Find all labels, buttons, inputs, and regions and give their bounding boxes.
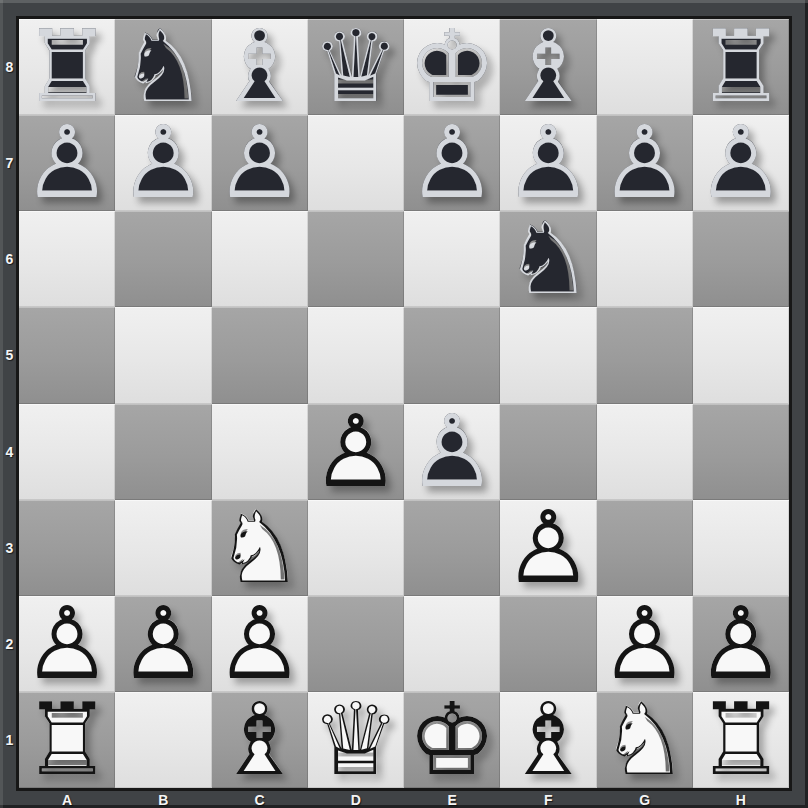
white-pawn-detail-icon: ♙ bbox=[308, 404, 404, 500]
white-pawn-detail-icon: ♙ bbox=[693, 596, 789, 692]
square-g2[interactable]: ♟♙ bbox=[597, 596, 693, 692]
white-rook-icon: ♜ bbox=[19, 692, 115, 788]
piece-white-pawn: ♟♙ bbox=[115, 596, 211, 692]
black-pawn-detail-icon: ♙ bbox=[597, 115, 693, 211]
square-a1[interactable]: ♜♖ bbox=[19, 692, 115, 788]
black-pawn-detail-icon: ♙ bbox=[115, 115, 211, 211]
white-bishop-detail-icon: ♗ bbox=[500, 692, 596, 788]
square-e5[interactable] bbox=[404, 307, 500, 403]
piece-black-pawn: ♟♙ bbox=[19, 115, 115, 211]
square-c2[interactable]: ♟♙ bbox=[212, 596, 308, 692]
piece-black-bishop: ♝♗ bbox=[212, 19, 308, 115]
piece-black-pawn: ♟♙ bbox=[212, 115, 308, 211]
black-queen-icon: ♛ bbox=[308, 19, 404, 115]
square-a6[interactable] bbox=[19, 211, 115, 307]
black-pawn-icon: ♟ bbox=[19, 115, 115, 211]
piece-black-pawn: ♟♙ bbox=[693, 115, 789, 211]
square-d6[interactable] bbox=[308, 211, 404, 307]
square-b2[interactable]: ♟♙ bbox=[115, 596, 211, 692]
white-pawn-icon: ♟ bbox=[308, 404, 404, 500]
white-pawn-detail-icon: ♙ bbox=[19, 596, 115, 692]
white-rook-icon: ♜ bbox=[693, 692, 789, 788]
file-label-f: F bbox=[500, 791, 596, 808]
piece-black-queen: ♛♕ bbox=[308, 19, 404, 115]
square-h1[interactable]: ♜♖ bbox=[693, 692, 789, 788]
rank-label-4: 4 bbox=[0, 404, 16, 500]
square-c6[interactable] bbox=[212, 211, 308, 307]
square-h3[interactable] bbox=[693, 500, 789, 596]
piece-black-rook: ♜♖ bbox=[693, 19, 789, 115]
square-f8[interactable]: ♝♗ bbox=[500, 19, 596, 115]
square-d5[interactable] bbox=[308, 307, 404, 403]
square-b6[interactable] bbox=[115, 211, 211, 307]
square-g5[interactable] bbox=[597, 307, 693, 403]
square-c5[interactable] bbox=[212, 307, 308, 403]
piece-white-bishop: ♝♗ bbox=[212, 692, 308, 788]
square-b3[interactable] bbox=[115, 500, 211, 596]
black-knight-icon: ♞ bbox=[115, 19, 211, 115]
black-pawn-icon: ♟ bbox=[404, 404, 500, 500]
rank-label-3: 3 bbox=[0, 500, 16, 596]
black-pawn-detail-icon: ♙ bbox=[500, 115, 596, 211]
black-pawn-icon: ♟ bbox=[404, 115, 500, 211]
piece-black-knight: ♞♘ bbox=[500, 211, 596, 307]
square-g8[interactable] bbox=[597, 19, 693, 115]
white-king-detail-icon: ♔ bbox=[404, 692, 500, 788]
black-rook-detail-icon: ♖ bbox=[693, 19, 789, 115]
square-d2[interactable] bbox=[308, 596, 404, 692]
black-queen-detail-icon: ♕ bbox=[308, 19, 404, 115]
white-pawn-icon: ♟ bbox=[212, 596, 308, 692]
black-knight-icon: ♞ bbox=[500, 211, 596, 307]
black-pawn-detail-icon: ♙ bbox=[212, 115, 308, 211]
piece-black-knight: ♞♘ bbox=[115, 19, 211, 115]
square-f6[interactable]: ♞♘ bbox=[500, 211, 596, 307]
black-pawn-icon: ♟ bbox=[693, 115, 789, 211]
square-a8[interactable]: ♜♖ bbox=[19, 19, 115, 115]
square-c7[interactable]: ♟♙ bbox=[212, 115, 308, 211]
piece-white-knight: ♞♘ bbox=[212, 500, 308, 596]
piece-white-king: ♚♔ bbox=[404, 692, 500, 788]
square-e6[interactable] bbox=[404, 211, 500, 307]
piece-white-pawn: ♟♙ bbox=[500, 500, 596, 596]
square-f5[interactable] bbox=[500, 307, 596, 403]
square-a3[interactable] bbox=[19, 500, 115, 596]
square-g1[interactable]: ♞♘ bbox=[597, 692, 693, 788]
piece-white-pawn: ♟♙ bbox=[693, 596, 789, 692]
black-pawn-icon: ♟ bbox=[212, 115, 308, 211]
black-pawn-icon: ♟ bbox=[597, 115, 693, 211]
square-e3[interactable] bbox=[404, 500, 500, 596]
rank-label-5: 5 bbox=[0, 307, 16, 403]
black-pawn-detail-icon: ♙ bbox=[404, 115, 500, 211]
board: ♜♖♞♘♝♗♛♕♚♔♝♗♜♖♟♙♟♙♟♙♟♙♟♙♟♙♟♙♞♘♟♙♟♙♞♘♟♙♟♙… bbox=[16, 16, 792, 791]
file-label-d: D bbox=[308, 791, 404, 808]
black-pawn-icon: ♟ bbox=[115, 115, 211, 211]
piece-white-pawn: ♟♙ bbox=[597, 596, 693, 692]
piece-black-pawn: ♟♙ bbox=[404, 115, 500, 211]
white-bishop-icon: ♝ bbox=[212, 692, 308, 788]
black-pawn-detail-icon: ♙ bbox=[693, 115, 789, 211]
square-f1[interactable]: ♝♗ bbox=[500, 692, 596, 788]
square-a2[interactable]: ♟♙ bbox=[19, 596, 115, 692]
black-king-icon: ♚ bbox=[404, 19, 500, 115]
piece-black-pawn: ♟♙ bbox=[597, 115, 693, 211]
square-h8[interactable]: ♜♖ bbox=[693, 19, 789, 115]
square-f4[interactable] bbox=[500, 404, 596, 500]
white-pawn-icon: ♟ bbox=[115, 596, 211, 692]
piece-white-rook: ♜♖ bbox=[693, 692, 789, 788]
square-g3[interactable] bbox=[597, 500, 693, 596]
piece-black-rook: ♜♖ bbox=[19, 19, 115, 115]
white-rook-detail-icon: ♖ bbox=[19, 692, 115, 788]
square-h4[interactable] bbox=[693, 404, 789, 500]
piece-white-knight: ♞♘ bbox=[597, 692, 693, 788]
black-pawn-detail-icon: ♙ bbox=[404, 404, 500, 500]
square-c1[interactable]: ♝♗ bbox=[212, 692, 308, 788]
square-d7[interactable] bbox=[308, 115, 404, 211]
rank-label-8: 8 bbox=[0, 19, 16, 115]
square-h7[interactable]: ♟♙ bbox=[693, 115, 789, 211]
piece-black-pawn: ♟♙ bbox=[115, 115, 211, 211]
white-king-icon: ♚ bbox=[404, 692, 500, 788]
white-pawn-detail-icon: ♙ bbox=[212, 596, 308, 692]
white-rook-detail-icon: ♖ bbox=[693, 692, 789, 788]
square-c8[interactable]: ♝♗ bbox=[212, 19, 308, 115]
white-bishop-detail-icon: ♗ bbox=[212, 692, 308, 788]
piece-black-bishop: ♝♗ bbox=[500, 19, 596, 115]
black-pawn-icon: ♟ bbox=[500, 115, 596, 211]
file-label-h: H bbox=[693, 791, 789, 808]
square-e1[interactable]: ♚♔ bbox=[404, 692, 500, 788]
black-bishop-detail-icon: ♗ bbox=[212, 19, 308, 115]
black-bishop-icon: ♝ bbox=[500, 19, 596, 115]
white-knight-icon: ♞ bbox=[597, 692, 693, 788]
square-d8[interactable]: ♛♕ bbox=[308, 19, 404, 115]
square-b8[interactable]: ♞♘ bbox=[115, 19, 211, 115]
black-rook-icon: ♜ bbox=[19, 19, 115, 115]
rank-label-2: 2 bbox=[0, 596, 16, 692]
white-pawn-detail-icon: ♙ bbox=[115, 596, 211, 692]
black-rook-icon: ♜ bbox=[693, 19, 789, 115]
piece-white-bishop: ♝♗ bbox=[500, 692, 596, 788]
black-bishop-icon: ♝ bbox=[212, 19, 308, 115]
square-d1[interactable]: ♛♕ bbox=[308, 692, 404, 788]
piece-white-pawn: ♟♙ bbox=[19, 596, 115, 692]
square-g7[interactable]: ♟♙ bbox=[597, 115, 693, 211]
black-rook-detail-icon: ♖ bbox=[19, 19, 115, 115]
piece-white-pawn: ♟♙ bbox=[212, 596, 308, 692]
black-knight-detail-icon: ♘ bbox=[500, 211, 596, 307]
square-h2[interactable]: ♟♙ bbox=[693, 596, 789, 692]
black-bishop-detail-icon: ♗ bbox=[500, 19, 596, 115]
square-a5[interactable] bbox=[19, 307, 115, 403]
square-f3[interactable]: ♟♙ bbox=[500, 500, 596, 596]
square-f7[interactable]: ♟♙ bbox=[500, 115, 596, 211]
square-c4[interactable] bbox=[212, 404, 308, 500]
square-b7[interactable]: ♟♙ bbox=[115, 115, 211, 211]
piece-white-queen: ♛♕ bbox=[308, 692, 404, 788]
white-knight-detail-icon: ♘ bbox=[597, 692, 693, 788]
file-label-b: B bbox=[115, 791, 211, 808]
square-b1[interactable] bbox=[115, 692, 211, 788]
file-label-c: C bbox=[212, 791, 308, 808]
white-knight-icon: ♞ bbox=[212, 500, 308, 596]
white-pawn-icon: ♟ bbox=[693, 596, 789, 692]
piece-black-king: ♚♔ bbox=[404, 19, 500, 115]
square-b4[interactable] bbox=[115, 404, 211, 500]
piece-white-rook: ♜♖ bbox=[19, 692, 115, 788]
file-label-a: A bbox=[19, 791, 115, 808]
square-f2[interactable] bbox=[500, 596, 596, 692]
file-label-g: G bbox=[597, 791, 693, 808]
white-queen-detail-icon: ♕ bbox=[308, 692, 404, 788]
square-e2[interactable] bbox=[404, 596, 500, 692]
piece-black-pawn: ♟♙ bbox=[500, 115, 596, 211]
white-pawn-icon: ♟ bbox=[597, 596, 693, 692]
rank-label-6: 6 bbox=[0, 211, 16, 307]
square-a4[interactable] bbox=[19, 404, 115, 500]
white-pawn-detail-icon: ♙ bbox=[500, 500, 596, 596]
piece-black-pawn: ♟♙ bbox=[404, 404, 500, 500]
square-d3[interactable] bbox=[308, 500, 404, 596]
square-e7[interactable]: ♟♙ bbox=[404, 115, 500, 211]
square-e4[interactable]: ♟♙ bbox=[404, 404, 500, 500]
black-knight-detail-icon: ♘ bbox=[115, 19, 211, 115]
file-labels: ABCDEFGH bbox=[19, 791, 789, 808]
rank-labels: 87654321 bbox=[0, 19, 16, 788]
square-h6[interactable] bbox=[693, 211, 789, 307]
square-e8[interactable]: ♚♔ bbox=[404, 19, 500, 115]
square-d4[interactable]: ♟♙ bbox=[308, 404, 404, 500]
black-king-detail-icon: ♔ bbox=[404, 19, 500, 115]
rank-label-1: 1 bbox=[0, 692, 16, 788]
square-b5[interactable] bbox=[115, 307, 211, 403]
square-c3[interactable]: ♞♘ bbox=[212, 500, 308, 596]
square-h5[interactable] bbox=[693, 307, 789, 403]
white-knight-detail-icon: ♘ bbox=[212, 500, 308, 596]
white-pawn-detail-icon: ♙ bbox=[597, 596, 693, 692]
white-pawn-icon: ♟ bbox=[500, 500, 596, 596]
white-queen-icon: ♛ bbox=[308, 692, 404, 788]
rank-label-7: 7 bbox=[0, 115, 16, 211]
white-pawn-icon: ♟ bbox=[19, 596, 115, 692]
square-a7[interactable]: ♟♙ bbox=[19, 115, 115, 211]
white-bishop-icon: ♝ bbox=[500, 692, 596, 788]
square-g4[interactable] bbox=[597, 404, 693, 500]
black-pawn-detail-icon: ♙ bbox=[19, 115, 115, 211]
file-label-e: E bbox=[404, 791, 500, 808]
piece-white-pawn: ♟♙ bbox=[308, 404, 404, 500]
square-g6[interactable] bbox=[597, 211, 693, 307]
